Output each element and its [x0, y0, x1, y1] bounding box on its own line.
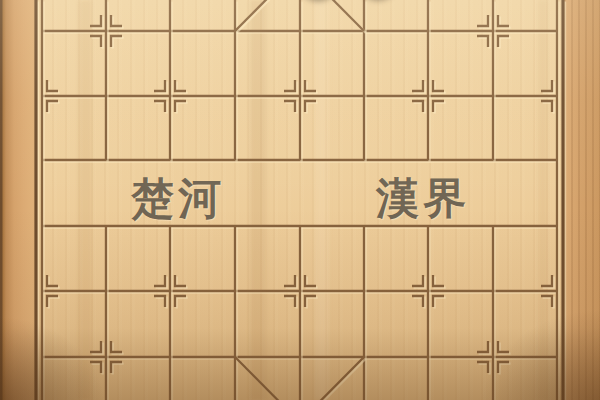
xiangqi-app-screen: 楚河 漢界	[0, 0, 600, 400]
xiangqi-board-grid[interactable]	[0, 0, 600, 400]
grid-lines	[42, 0, 559, 400]
